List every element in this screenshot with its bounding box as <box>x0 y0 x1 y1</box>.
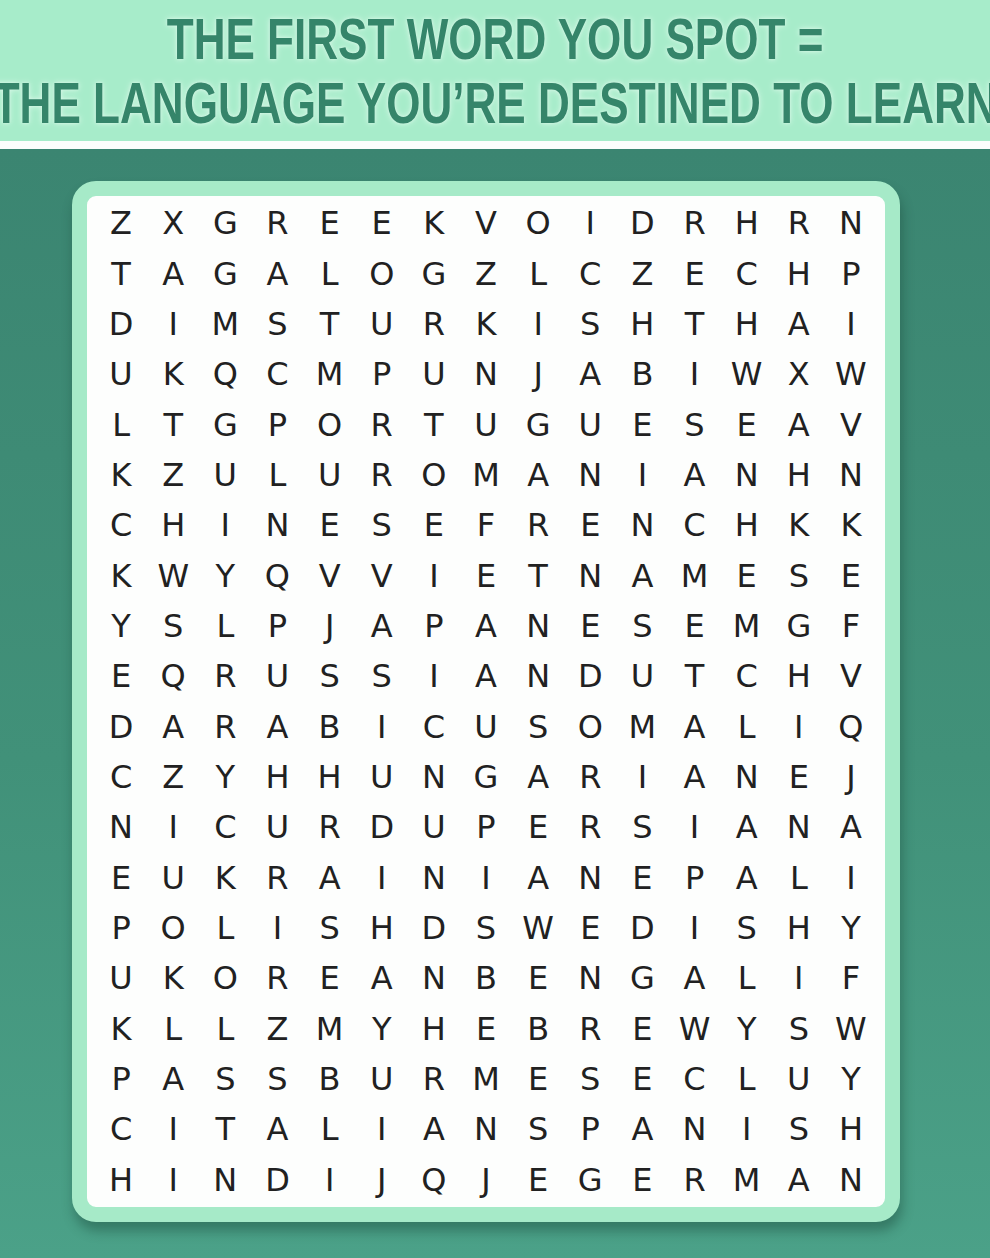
grid-cell-r4c3[interactable]: Q <box>199 349 251 399</box>
grid-cell-r18c5[interactable]: B <box>304 1054 356 1104</box>
grid-cell-r8c2[interactable]: W <box>147 550 199 600</box>
grid-cell-r12c6[interactable]: U <box>356 752 408 802</box>
grid-cell-r11c6[interactable]: I <box>356 701 408 751</box>
grid-cell-r3c12[interactable]: T <box>668 299 720 349</box>
grid-cell-r20c1[interactable]: H <box>95 1155 147 1205</box>
grid-cell-r1c14[interactable]: R <box>773 198 825 248</box>
grid-cell-r13c3[interactable]: C <box>199 802 251 852</box>
grid-cell-r17c7[interactable]: H <box>408 1004 460 1054</box>
grid-cell-r1c10[interactable]: I <box>564 198 616 248</box>
grid-cell-r10c12[interactable]: T <box>668 651 720 701</box>
grid-cell-r8c1[interactable]: K <box>95 550 147 600</box>
grid-cell-r3c14[interactable]: A <box>773 299 825 349</box>
grid-cell-r19c2[interactable]: I <box>147 1104 199 1154</box>
grid-cell-r18c14[interactable]: U <box>773 1054 825 1104</box>
grid-cell-r16c8[interactable]: B <box>460 953 512 1003</box>
grid-cell-r20c4[interactable]: D <box>251 1155 303 1205</box>
grid-cell-r15c10[interactable]: E <box>564 903 616 953</box>
grid-cell-r1c8[interactable]: V <box>460 198 512 248</box>
grid-cell-r20c13[interactable]: M <box>721 1155 773 1205</box>
grid-cell-r19c15[interactable]: H <box>825 1104 877 1154</box>
grid-cell-r18c13[interactable]: L <box>721 1054 773 1104</box>
grid-cell-r9c11[interactable]: S <box>616 601 668 651</box>
grid-cell-r20c3[interactable]: N <box>199 1155 251 1205</box>
grid-cell-r4c14[interactable]: X <box>773 349 825 399</box>
grid-cell-r12c10[interactable]: R <box>564 752 616 802</box>
grid-cell-r15c2[interactable]: O <box>147 903 199 953</box>
grid-cell-r3c5[interactable]: T <box>304 299 356 349</box>
grid-cell-r10c8[interactable]: A <box>460 651 512 701</box>
grid-cell-r2c3[interactable]: G <box>199 248 251 298</box>
grid-cell-r9c9[interactable]: N <box>512 601 564 651</box>
grid-cell-r18c10[interactable]: S <box>564 1054 616 1104</box>
grid-cell-r2c13[interactable]: C <box>721 248 773 298</box>
grid-cell-r19c14[interactable]: S <box>773 1104 825 1154</box>
grid-cell-r16c4[interactable]: R <box>251 953 303 1003</box>
grid-cell-r20c15[interactable]: N <box>825 1155 877 1205</box>
grid-cell-r2c14[interactable]: H <box>773 248 825 298</box>
grid-cell-r20c11[interactable]: E <box>616 1155 668 1205</box>
grid-cell-r13c4[interactable]: U <box>251 802 303 852</box>
grid-cell-r2c4[interactable]: A <box>251 248 303 298</box>
grid-cell-r1c9[interactable]: O <box>512 198 564 248</box>
grid-cell-r18c3[interactable]: S <box>199 1054 251 1104</box>
grid-cell-r16c6[interactable]: A <box>356 953 408 1003</box>
grid-cell-r18c7[interactable]: R <box>408 1054 460 1104</box>
grid-cell-r13c14[interactable]: N <box>773 802 825 852</box>
grid-cell-r4c1[interactable]: U <box>95 349 147 399</box>
grid-cell-r4c13[interactable]: W <box>721 349 773 399</box>
grid-cell-r7c12[interactable]: C <box>668 500 720 550</box>
grid-cell-r13c15[interactable]: A <box>825 802 877 852</box>
grid-cell-r3c6[interactable]: U <box>356 299 408 349</box>
grid-cell-r16c9[interactable]: E <box>512 953 564 1003</box>
grid-cell-r6c2[interactable]: Z <box>147 450 199 500</box>
grid-cell-r5c9[interactable]: G <box>512 399 564 449</box>
grid-cell-r11c8[interactable]: U <box>460 701 512 751</box>
grid-cell-r17c6[interactable]: Y <box>356 1004 408 1054</box>
grid-cell-r19c3[interactable]: T <box>199 1104 251 1154</box>
grid-cell-r9c8[interactable]: A <box>460 601 512 651</box>
grid-cell-r10c10[interactable]: D <box>564 651 616 701</box>
grid-cell-r16c15[interactable]: F <box>825 953 877 1003</box>
grid-cell-r5c2[interactable]: T <box>147 399 199 449</box>
grid-cell-r7c9[interactable]: R <box>512 500 564 550</box>
grid-cell-r3c2[interactable]: I <box>147 299 199 349</box>
grid-cell-r7c13[interactable]: H <box>721 500 773 550</box>
grid-cell-r4c2[interactable]: K <box>147 349 199 399</box>
grid-cell-r19c12[interactable]: N <box>668 1104 720 1154</box>
grid-cell-r7c10[interactable]: E <box>564 500 616 550</box>
grid-cell-r3c8[interactable]: K <box>460 299 512 349</box>
grid-cell-r2c12[interactable]: E <box>668 248 720 298</box>
grid-cell-r14c12[interactable]: P <box>668 853 720 903</box>
grid-cell-r2c8[interactable]: Z <box>460 248 512 298</box>
grid-cell-r16c1[interactable]: U <box>95 953 147 1003</box>
grid-cell-r20c10[interactable]: G <box>564 1155 616 1205</box>
grid-cell-r7c6[interactable]: S <box>356 500 408 550</box>
grid-cell-r12c5[interactable]: H <box>304 752 356 802</box>
grid-cell-r18c6[interactable]: U <box>356 1054 408 1104</box>
grid-cell-r5c6[interactable]: R <box>356 399 408 449</box>
grid-cell-r5c12[interactable]: S <box>668 399 720 449</box>
grid-cell-r16c11[interactable]: G <box>616 953 668 1003</box>
grid-cell-r19c8[interactable]: N <box>460 1104 512 1154</box>
grid-cell-r12c11[interactable]: I <box>616 752 668 802</box>
grid-cell-r10c9[interactable]: N <box>512 651 564 701</box>
grid-cell-r1c11[interactable]: D <box>616 198 668 248</box>
grid-cell-r5c3[interactable]: G <box>199 399 251 449</box>
grid-cell-r1c12[interactable]: R <box>668 198 720 248</box>
grid-cell-r4c5[interactable]: M <box>304 349 356 399</box>
grid-cell-r11c5[interactable]: B <box>304 701 356 751</box>
grid-cell-r18c2[interactable]: A <box>147 1054 199 1104</box>
grid-cell-r1c13[interactable]: H <box>721 198 773 248</box>
grid-cell-r20c9[interactable]: E <box>512 1155 564 1205</box>
grid-cell-r19c11[interactable]: A <box>616 1104 668 1154</box>
grid-cell-r13c9[interactable]: E <box>512 802 564 852</box>
grid-cell-r5c5[interactable]: O <box>304 399 356 449</box>
grid-cell-r3c4[interactable]: S <box>251 299 303 349</box>
grid-cell-r19c13[interactable]: I <box>721 1104 773 1154</box>
grid-cell-r9c6[interactable]: A <box>356 601 408 651</box>
grid-cell-r11c4[interactable]: A <box>251 701 303 751</box>
grid-cell-r14c5[interactable]: A <box>304 853 356 903</box>
grid-cell-r2c5[interactable]: L <box>304 248 356 298</box>
grid-cell-r6c13[interactable]: N <box>721 450 773 500</box>
grid-cell-r13c1[interactable]: N <box>95 802 147 852</box>
grid-cell-r8c12[interactable]: M <box>668 550 720 600</box>
grid-cell-r12c1[interactable]: C <box>95 752 147 802</box>
grid-cell-r8c3[interactable]: Y <box>199 550 251 600</box>
grid-cell-r7c1[interactable]: C <box>95 500 147 550</box>
grid-cell-r4c10[interactable]: A <box>564 349 616 399</box>
grid-cell-r2c15[interactable]: P <box>825 248 877 298</box>
grid-cell-r2c9[interactable]: L <box>512 248 564 298</box>
grid-cell-r8c6[interactable]: V <box>356 550 408 600</box>
grid-cell-r6c3[interactable]: U <box>199 450 251 500</box>
grid-cell-r9c12[interactable]: E <box>668 601 720 651</box>
grid-cell-r8c11[interactable]: A <box>616 550 668 600</box>
grid-cell-r3c1[interactable]: D <box>95 299 147 349</box>
grid-cell-r13c10[interactable]: R <box>564 802 616 852</box>
grid-cell-r20c2[interactable]: I <box>147 1155 199 1205</box>
grid-cell-r2c7[interactable]: G <box>408 248 460 298</box>
grid-cell-r5c1[interactable]: L <box>95 399 147 449</box>
grid-cell-r8c4[interactable]: Q <box>251 550 303 600</box>
grid-cell-r7c7[interactable]: E <box>408 500 460 550</box>
grid-cell-r11c1[interactable]: D <box>95 701 147 751</box>
grid-cell-r17c3[interactable]: L <box>199 1004 251 1054</box>
grid-cell-r5c8[interactable]: U <box>460 399 512 449</box>
grid-cell-r1c6[interactable]: E <box>356 198 408 248</box>
grid-cell-r6c6[interactable]: R <box>356 450 408 500</box>
grid-cell-r16c12[interactable]: A <box>668 953 720 1003</box>
grid-cell-r17c9[interactable]: B <box>512 1004 564 1054</box>
grid-cell-r18c12[interactable]: C <box>668 1054 720 1104</box>
grid-cell-r11c12[interactable]: A <box>668 701 720 751</box>
grid-cell-r15c9[interactable]: W <box>512 903 564 953</box>
grid-cell-r16c5[interactable]: E <box>304 953 356 1003</box>
grid-cell-r12c4[interactable]: H <box>251 752 303 802</box>
grid-cell-r12c8[interactable]: G <box>460 752 512 802</box>
grid-cell-r14c3[interactable]: K <box>199 853 251 903</box>
grid-cell-r13c13[interactable]: A <box>721 802 773 852</box>
grid-cell-r13c2[interactable]: I <box>147 802 199 852</box>
grid-cell-r3c9[interactable]: I <box>512 299 564 349</box>
grid-cell-r5c11[interactable]: E <box>616 399 668 449</box>
grid-cell-r8c14[interactable]: S <box>773 550 825 600</box>
grid-cell-r5c14[interactable]: A <box>773 399 825 449</box>
grid-cell-r15c4[interactable]: I <box>251 903 303 953</box>
grid-cell-r11c7[interactable]: C <box>408 701 460 751</box>
grid-cell-r7c14[interactable]: K <box>773 500 825 550</box>
grid-cell-r5c4[interactable]: P <box>251 399 303 449</box>
grid-cell-r18c1[interactable]: P <box>95 1054 147 1104</box>
grid-cell-r19c5[interactable]: L <box>304 1104 356 1154</box>
grid-cell-r3c13[interactable]: H <box>721 299 773 349</box>
grid-cell-r2c2[interactable]: A <box>147 248 199 298</box>
grid-cell-r10c15[interactable]: V <box>825 651 877 701</box>
grid-cell-r19c4[interactable]: A <box>251 1104 303 1154</box>
grid-cell-r9c14[interactable]: G <box>773 601 825 651</box>
grid-cell-r15c15[interactable]: Y <box>825 903 877 953</box>
grid-cell-r17c13[interactable]: Y <box>721 1004 773 1054</box>
grid-cell-r9c7[interactable]: P <box>408 601 460 651</box>
grid-cell-r15c14[interactable]: H <box>773 903 825 953</box>
grid-cell-r17c5[interactable]: M <box>304 1004 356 1054</box>
grid-cell-r15c6[interactable]: H <box>356 903 408 953</box>
grid-cell-r16c3[interactable]: O <box>199 953 251 1003</box>
grid-cell-r20c8[interactable]: J <box>460 1155 512 1205</box>
grid-cell-r7c15[interactable]: K <box>825 500 877 550</box>
grid-cell-r10c2[interactable]: Q <box>147 651 199 701</box>
grid-cell-r18c4[interactable]: S <box>251 1054 303 1104</box>
grid-cell-r10c4[interactable]: U <box>251 651 303 701</box>
grid-cell-r5c10[interactable]: U <box>564 399 616 449</box>
grid-cell-r17c12[interactable]: W <box>668 1004 720 1054</box>
grid-cell-r4c8[interactable]: N <box>460 349 512 399</box>
grid-cell-r18c9[interactable]: E <box>512 1054 564 1104</box>
grid-cell-r13c5[interactable]: R <box>304 802 356 852</box>
grid-cell-r12c9[interactable]: A <box>512 752 564 802</box>
grid-cell-r10c1[interactable]: E <box>95 651 147 701</box>
grid-cell-r8c15[interactable]: E <box>825 550 877 600</box>
grid-cell-r5c13[interactable]: E <box>721 399 773 449</box>
grid-cell-r11c10[interactable]: O <box>564 701 616 751</box>
grid-cell-r11c2[interactable]: A <box>147 701 199 751</box>
grid-cell-r1c2[interactable]: X <box>147 198 199 248</box>
grid-cell-r7c3[interactable]: I <box>199 500 251 550</box>
grid-cell-r4c6[interactable]: P <box>356 349 408 399</box>
grid-cell-r3c15[interactable]: I <box>825 299 877 349</box>
grid-cell-r6c5[interactable]: U <box>304 450 356 500</box>
grid-cell-r14c13[interactable]: A <box>721 853 773 903</box>
grid-cell-r16c13[interactable]: L <box>721 953 773 1003</box>
grid-cell-r8c10[interactable]: N <box>564 550 616 600</box>
grid-cell-r4c7[interactable]: U <box>408 349 460 399</box>
grid-cell-r13c11[interactable]: S <box>616 802 668 852</box>
grid-cell-r17c11[interactable]: E <box>616 1004 668 1054</box>
grid-cell-r5c7[interactable]: T <box>408 399 460 449</box>
grid-cell-r9c2[interactable]: S <box>147 601 199 651</box>
grid-cell-r6c14[interactable]: H <box>773 450 825 500</box>
grid-cell-r11c9[interactable]: S <box>512 701 564 751</box>
grid-cell-r15c7[interactable]: D <box>408 903 460 953</box>
grid-cell-r8c5[interactable]: V <box>304 550 356 600</box>
grid-cell-r1c15[interactable]: N <box>825 198 877 248</box>
grid-cell-r18c8[interactable]: M <box>460 1054 512 1104</box>
grid-cell-r7c2[interactable]: H <box>147 500 199 550</box>
grid-cell-r16c10[interactable]: N <box>564 953 616 1003</box>
grid-cell-r17c8[interactable]: E <box>460 1004 512 1054</box>
grid-cell-r15c12[interactable]: I <box>668 903 720 953</box>
grid-cell-r10c11[interactable]: U <box>616 651 668 701</box>
grid-cell-r14c14[interactable]: L <box>773 853 825 903</box>
grid-cell-r20c5[interactable]: I <box>304 1155 356 1205</box>
grid-cell-r13c8[interactable]: P <box>460 802 512 852</box>
grid-cell-r11c13[interactable]: L <box>721 701 773 751</box>
grid-cell-r3c3[interactable]: M <box>199 299 251 349</box>
grid-cell-r4c11[interactable]: B <box>616 349 668 399</box>
grid-cell-r4c4[interactable]: C <box>251 349 303 399</box>
grid-cell-r8c9[interactable]: T <box>512 550 564 600</box>
grid-cell-r9c1[interactable]: Y <box>95 601 147 651</box>
grid-cell-r10c14[interactable]: H <box>773 651 825 701</box>
grid-cell-r16c14[interactable]: I <box>773 953 825 1003</box>
grid-cell-r11c3[interactable]: R <box>199 701 251 751</box>
grid-cell-r4c15[interactable]: W <box>825 349 877 399</box>
grid-cell-r17c15[interactable]: W <box>825 1004 877 1054</box>
grid-cell-r19c6[interactable]: I <box>356 1104 408 1154</box>
grid-cell-r2c6[interactable]: O <box>356 248 408 298</box>
grid-cell-r17c2[interactable]: L <box>147 1004 199 1054</box>
grid-cell-r14c8[interactable]: I <box>460 853 512 903</box>
grid-cell-r9c5[interactable]: J <box>304 601 356 651</box>
grid-cell-r19c1[interactable]: C <box>95 1104 147 1154</box>
grid-cell-r15c3[interactable]: L <box>199 903 251 953</box>
grid-cell-r8c13[interactable]: E <box>721 550 773 600</box>
grid-cell-r20c14[interactable]: A <box>773 1155 825 1205</box>
grid-cell-r7c11[interactable]: N <box>616 500 668 550</box>
grid-cell-r20c7[interactable]: Q <box>408 1155 460 1205</box>
grid-cell-r3c11[interactable]: H <box>616 299 668 349</box>
grid-cell-r13c12[interactable]: I <box>668 802 720 852</box>
grid-cell-r10c13[interactable]: C <box>721 651 773 701</box>
grid-cell-r14c4[interactable]: R <box>251 853 303 903</box>
grid-cell-r9c3[interactable]: L <box>199 601 251 651</box>
grid-cell-r6c12[interactable]: A <box>668 450 720 500</box>
grid-cell-r19c10[interactable]: P <box>564 1104 616 1154</box>
grid-cell-r9c10[interactable]: E <box>564 601 616 651</box>
grid-cell-r7c5[interactable]: E <box>304 500 356 550</box>
grid-cell-r15c8[interactable]: S <box>460 903 512 953</box>
grid-cell-r1c7[interactable]: K <box>408 198 460 248</box>
grid-cell-r15c11[interactable]: D <box>616 903 668 953</box>
grid-cell-r6c15[interactable]: N <box>825 450 877 500</box>
grid-cell-r7c4[interactable]: N <box>251 500 303 550</box>
grid-cell-r1c3[interactable]: G <box>199 198 251 248</box>
grid-cell-r12c2[interactable]: Z <box>147 752 199 802</box>
grid-cell-r13c7[interactable]: U <box>408 802 460 852</box>
grid-cell-r19c7[interactable]: A <box>408 1104 460 1154</box>
grid-cell-r6c9[interactable]: A <box>512 450 564 500</box>
grid-cell-r12c3[interactable]: Y <box>199 752 251 802</box>
grid-cell-r14c6[interactable]: I <box>356 853 408 903</box>
grid-cell-r17c14[interactable]: S <box>773 1004 825 1054</box>
grid-cell-r7c8[interactable]: F <box>460 500 512 550</box>
grid-cell-r10c6[interactable]: S <box>356 651 408 701</box>
grid-cell-r12c7[interactable]: N <box>408 752 460 802</box>
grid-cell-r6c4[interactable]: L <box>251 450 303 500</box>
grid-cell-r14c2[interactable]: U <box>147 853 199 903</box>
grid-cell-r14c7[interactable]: N <box>408 853 460 903</box>
grid-cell-r1c1[interactable]: Z <box>95 198 147 248</box>
grid-cell-r14c1[interactable]: E <box>95 853 147 903</box>
grid-cell-r1c5[interactable]: E <box>304 198 356 248</box>
grid-cell-r14c15[interactable]: I <box>825 853 877 903</box>
grid-cell-r6c1[interactable]: K <box>95 450 147 500</box>
grid-cell-r12c13[interactable]: N <box>721 752 773 802</box>
grid-cell-r10c5[interactable]: S <box>304 651 356 701</box>
grid-cell-r9c13[interactable]: M <box>721 601 773 651</box>
grid-cell-r16c7[interactable]: N <box>408 953 460 1003</box>
grid-cell-r13c6[interactable]: D <box>356 802 408 852</box>
grid-cell-r6c10[interactable]: N <box>564 450 616 500</box>
grid-cell-r20c12[interactable]: R <box>668 1155 720 1205</box>
grid-cell-r18c11[interactable]: E <box>616 1054 668 1104</box>
grid-cell-r2c10[interactable]: C <box>564 248 616 298</box>
grid-cell-r6c7[interactable]: O <box>408 450 460 500</box>
grid-cell-r11c15[interactable]: Q <box>825 701 877 751</box>
grid-cell-r17c1[interactable]: K <box>95 1004 147 1054</box>
grid-cell-r4c9[interactable]: J <box>512 349 564 399</box>
grid-cell-r11c11[interactable]: M <box>616 701 668 751</box>
grid-cell-r9c4[interactable]: P <box>251 601 303 651</box>
grid-cell-r12c14[interactable]: E <box>773 752 825 802</box>
grid-cell-r5c15[interactable]: V <box>825 399 877 449</box>
grid-cell-r16c2[interactable]: K <box>147 953 199 1003</box>
grid-cell-r10c3[interactable]: R <box>199 651 251 701</box>
grid-cell-r20c6[interactable]: J <box>356 1155 408 1205</box>
grid-cell-r6c8[interactable]: M <box>460 450 512 500</box>
grid-cell-r10c7[interactable]: I <box>408 651 460 701</box>
grid-cell-r14c11[interactable]: E <box>616 853 668 903</box>
grid-cell-r8c8[interactable]: E <box>460 550 512 600</box>
grid-cell-r2c11[interactable]: Z <box>616 248 668 298</box>
grid-cell-r3c7[interactable]: R <box>408 299 460 349</box>
grid-cell-r9c15[interactable]: F <box>825 601 877 651</box>
grid-cell-r19c9[interactable]: S <box>512 1104 564 1154</box>
grid-cell-r6c11[interactable]: I <box>616 450 668 500</box>
grid-cell-r17c4[interactable]: Z <box>251 1004 303 1054</box>
grid-cell-r15c1[interactable]: P <box>95 903 147 953</box>
grid-cell-r17c10[interactable]: R <box>564 1004 616 1054</box>
grid-cell-r4c12[interactable]: I <box>668 349 720 399</box>
grid-cell-r14c9[interactable]: A <box>512 853 564 903</box>
grid-cell-r8c7[interactable]: I <box>408 550 460 600</box>
grid-cell-r3c10[interactable]: S <box>564 299 616 349</box>
grid-cell-r18c15[interactable]: Y <box>825 1054 877 1104</box>
grid-cell-r15c5[interactable]: S <box>304 903 356 953</box>
grid-cell-r15c13[interactable]: S <box>721 903 773 953</box>
grid-cell-r12c15[interactable]: J <box>825 752 877 802</box>
grid-cell-r14c10[interactable]: N <box>564 853 616 903</box>
grid-cell-r2c1[interactable]: T <box>95 248 147 298</box>
grid-cell-r11c14[interactable]: I <box>773 701 825 751</box>
grid-cell-r1c4[interactable]: R <box>251 198 303 248</box>
grid-cell-r12c12[interactable]: A <box>668 752 720 802</box>
